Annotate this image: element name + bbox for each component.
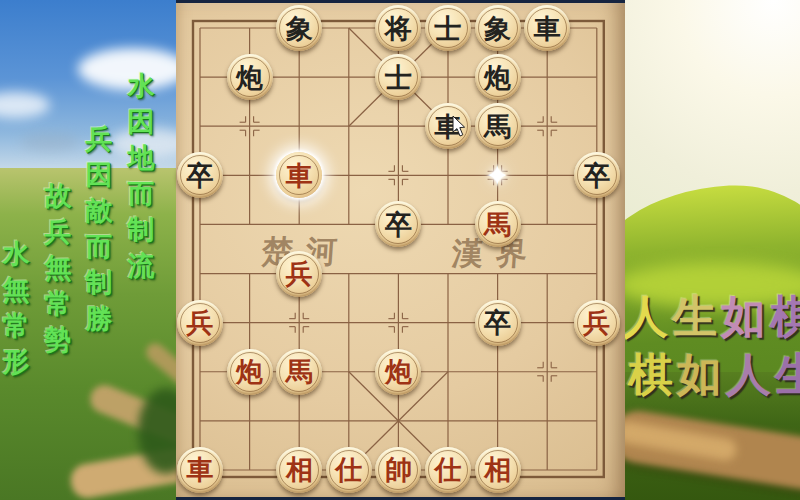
piece-red-相[interactable]: 相 bbox=[475, 447, 521, 493]
motto-char: 生 bbox=[773, 345, 800, 405]
last-move-sparkle-effect: ✦ bbox=[476, 153, 520, 197]
poem-char: 形 bbox=[3, 344, 30, 380]
poem-char: 而 bbox=[86, 229, 113, 265]
poem-char: 流 bbox=[128, 248, 155, 284]
piece-red-馬[interactable]: 馬 bbox=[475, 201, 521, 247]
pieces-layer: 象将士象車炮士炮車馬卒車卒卒馬兵兵卒兵炮馬炮車相仕帥仕相 bbox=[176, 0, 625, 500]
poem-char: 勝 bbox=[86, 301, 113, 337]
piece-glyph: 卒 bbox=[484, 309, 511, 336]
poem-column-4: 水無常形 bbox=[1, 236, 31, 380]
poem-char: 水 bbox=[128, 68, 155, 104]
motto-char: 棋 bbox=[626, 345, 675, 405]
motto-char: 棋 bbox=[768, 287, 800, 347]
piece-glyph: 車 bbox=[286, 162, 313, 189]
mouse-cursor-icon bbox=[452, 116, 467, 137]
piece-red-車[interactable]: 車 bbox=[177, 447, 223, 493]
piece-glyph: 炮 bbox=[484, 64, 511, 91]
piece-black-士[interactable]: 士 bbox=[425, 5, 471, 51]
piece-glyph: 車 bbox=[187, 456, 214, 483]
piece-red-炮[interactable]: 炮 bbox=[227, 349, 273, 395]
cloud-shadow bbox=[20, 132, 80, 152]
poem-char: 兵 bbox=[86, 121, 113, 157]
motto-line-2: 棋如人生 bbox=[626, 345, 800, 405]
piece-red-炮[interactable]: 炮 bbox=[375, 349, 421, 395]
piece-glyph: 馬 bbox=[484, 113, 511, 140]
piece-glyph: 象 bbox=[286, 15, 313, 42]
poem-char: 因 bbox=[86, 157, 113, 193]
poem-char: 常 bbox=[3, 308, 30, 344]
piece-glyph: 炮 bbox=[236, 64, 263, 91]
piece-red-仕[interactable]: 仕 bbox=[425, 447, 471, 493]
motto-line-1: 人生如棋 bbox=[621, 287, 800, 347]
poem-char: 敵 bbox=[86, 193, 113, 229]
piece-glyph: 象 bbox=[484, 15, 511, 42]
xiangqi-board[interactable]: 楚河 漢界 象将士象車炮士炮車馬卒車卒卒馬兵兵卒兵炮馬炮車相仕帥仕相 ✦ bbox=[176, 0, 625, 500]
piece-black-炮[interactable]: 炮 bbox=[227, 54, 273, 100]
app-window: 水因地而制流兵因敵而制勝故兵無常勢水無常形 人生如棋棋如人生 楚河 漢界 象将士… bbox=[0, 0, 800, 500]
piece-red-相[interactable]: 相 bbox=[276, 447, 322, 493]
poem-char: 因 bbox=[128, 104, 155, 140]
piece-red-車[interactable]: 車 bbox=[276, 152, 322, 198]
poem-column-1: 水因地而制流 bbox=[126, 68, 156, 284]
piece-glyph: 兵 bbox=[187, 309, 214, 336]
poem-column-2: 兵因敵而制勝 bbox=[84, 121, 114, 337]
piece-glyph: 兵 bbox=[286, 260, 313, 287]
poem-char: 水 bbox=[3, 236, 30, 272]
right-background-hills bbox=[625, 0, 800, 500]
piece-black-卒[interactable]: 卒 bbox=[574, 152, 620, 198]
poem-column-3: 故兵無常勢 bbox=[43, 178, 73, 358]
piece-red-馬[interactable]: 馬 bbox=[276, 349, 322, 395]
motto-char: 生 bbox=[670, 287, 719, 347]
piece-red-兵[interactable]: 兵 bbox=[177, 300, 223, 346]
piece-glyph: 仕 bbox=[335, 456, 362, 483]
piece-glyph: 炮 bbox=[385, 358, 412, 385]
poem-char: 制 bbox=[86, 265, 113, 301]
piece-black-将[interactable]: 将 bbox=[375, 5, 421, 51]
piece-glyph: 将 bbox=[385, 15, 412, 42]
piece-glyph: 士 bbox=[385, 64, 412, 91]
poem-char: 而 bbox=[128, 176, 155, 212]
piece-black-車[interactable]: 車 bbox=[524, 5, 570, 51]
piece-glyph: 仕 bbox=[435, 456, 462, 483]
piece-glyph: 相 bbox=[286, 456, 313, 483]
piece-black-士[interactable]: 士 bbox=[375, 54, 421, 100]
piece-black-卒[interactable]: 卒 bbox=[177, 152, 223, 198]
motto-char: 人 bbox=[724, 345, 773, 405]
piece-red-兵[interactable]: 兵 bbox=[574, 300, 620, 346]
piece-glyph: 士 bbox=[435, 15, 462, 42]
piece-black-馬[interactable]: 馬 bbox=[475, 103, 521, 149]
poem-char: 制 bbox=[128, 212, 155, 248]
piece-glyph: 卒 bbox=[583, 162, 610, 189]
piece-black-炮[interactable]: 炮 bbox=[475, 54, 521, 100]
piece-glyph: 兵 bbox=[583, 309, 610, 336]
poem-char: 常 bbox=[45, 286, 72, 322]
piece-glyph: 炮 bbox=[236, 358, 263, 385]
piece-red-帥[interactable]: 帥 bbox=[375, 447, 421, 493]
poem-char: 地 bbox=[128, 140, 155, 176]
motto-char: 人 bbox=[621, 287, 670, 347]
piece-red-兵[interactable]: 兵 bbox=[276, 251, 322, 297]
poem-char: 無 bbox=[3, 272, 30, 308]
motto-char: 如 bbox=[719, 287, 768, 347]
piece-black-卒[interactable]: 卒 bbox=[375, 201, 421, 247]
piece-glyph: 帥 bbox=[385, 456, 412, 483]
poem-char: 勢 bbox=[45, 322, 72, 358]
poem-char: 兵 bbox=[45, 214, 72, 250]
poem-char: 無 bbox=[45, 250, 72, 286]
piece-glyph: 相 bbox=[484, 456, 511, 483]
piece-glyph: 馬 bbox=[484, 211, 511, 238]
poem-char: 故 bbox=[45, 178, 72, 214]
piece-glyph: 卒 bbox=[385, 211, 412, 238]
piece-black-象[interactable]: 象 bbox=[475, 5, 521, 51]
motto-char: 如 bbox=[675, 345, 724, 405]
piece-glyph: 卒 bbox=[187, 162, 214, 189]
piece-black-象[interactable]: 象 bbox=[276, 5, 322, 51]
piece-glyph: 車 bbox=[534, 15, 561, 42]
board-top-edge-bar bbox=[176, 0, 625, 3]
piece-glyph: 馬 bbox=[286, 358, 313, 385]
piece-black-卒[interactable]: 卒 bbox=[475, 300, 521, 346]
piece-red-仕[interactable]: 仕 bbox=[326, 447, 372, 493]
